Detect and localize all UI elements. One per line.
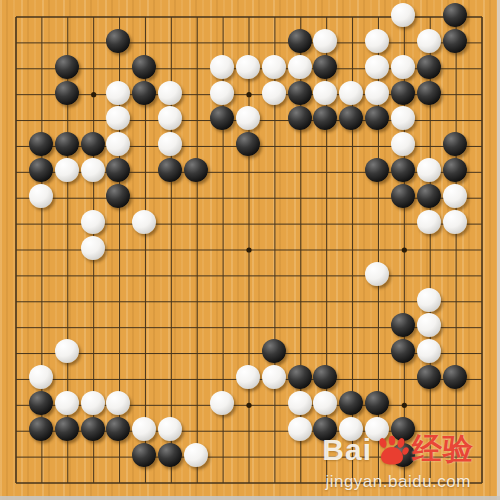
board-point: ○ xyxy=(29,185,55,211)
board-point: ● xyxy=(288,108,314,134)
board-point xyxy=(81,82,107,108)
white-stone: ○ xyxy=(365,262,389,286)
board-point: ○ xyxy=(184,444,210,470)
board-point xyxy=(210,185,236,211)
board-point xyxy=(184,263,210,289)
board-point xyxy=(184,133,210,159)
board-point xyxy=(81,366,107,392)
black-stone: ● xyxy=(288,365,312,389)
board-point xyxy=(107,470,133,496)
board-point xyxy=(55,470,81,496)
white-stone: ○ xyxy=(391,3,415,27)
board-point xyxy=(184,82,210,108)
board-point: ● xyxy=(288,30,314,56)
board-point: ● xyxy=(132,56,158,82)
board-point xyxy=(339,185,365,211)
board-point xyxy=(3,82,29,108)
board-point xyxy=(443,315,469,341)
board-point: ○ xyxy=(443,185,469,211)
board-point: ● xyxy=(365,108,391,134)
white-stone: ○ xyxy=(417,339,441,363)
baidu-jingyan-watermark: Bai 经验 jingyan.baidu.com xyxy=(322,429,474,492)
board-point: ○ xyxy=(365,56,391,82)
board-point xyxy=(365,315,391,341)
black-stone: ● xyxy=(81,417,105,441)
board-point xyxy=(365,211,391,237)
board-point xyxy=(339,211,365,237)
board-point xyxy=(158,470,184,496)
white-stone: ○ xyxy=(132,210,156,234)
black-stone: ● xyxy=(339,391,363,415)
board-point: ○ xyxy=(81,211,107,237)
board-point: ● xyxy=(29,133,55,159)
board-point xyxy=(158,211,184,237)
board-point xyxy=(314,185,340,211)
board-point xyxy=(314,159,340,185)
board-point xyxy=(417,392,443,418)
black-stone: ● xyxy=(29,391,53,415)
board-point xyxy=(236,82,262,108)
board-point xyxy=(469,82,495,108)
board-point xyxy=(443,108,469,134)
white-stone: ○ xyxy=(81,210,105,234)
stone-grid: ○●●●○○○●●●○○○○●○○●●○●○○○●○○○●●○○●○●●●●○●… xyxy=(3,4,495,496)
white-stone: ○ xyxy=(55,158,79,182)
board-point: ● xyxy=(55,56,81,82)
black-stone: ● xyxy=(55,417,79,441)
board-point xyxy=(210,237,236,263)
white-stone: ○ xyxy=(339,81,363,105)
board-point xyxy=(262,4,288,30)
board-point xyxy=(132,366,158,392)
board-point xyxy=(443,289,469,315)
board-point: ● xyxy=(443,133,469,159)
white-stone: ○ xyxy=(391,132,415,156)
board-point xyxy=(158,185,184,211)
board-point xyxy=(158,237,184,263)
board-point xyxy=(132,263,158,289)
white-stone: ○ xyxy=(443,184,467,208)
board-point xyxy=(55,444,81,470)
board-point xyxy=(107,340,133,366)
board-point xyxy=(417,4,443,30)
board-point xyxy=(288,133,314,159)
black-stone: ● xyxy=(132,443,156,467)
board-point xyxy=(107,444,133,470)
board-point: ● xyxy=(210,108,236,134)
board-point xyxy=(158,263,184,289)
board-point xyxy=(3,211,29,237)
white-stone: ○ xyxy=(262,365,286,389)
board-point xyxy=(81,340,107,366)
board-point xyxy=(132,392,158,418)
board-point xyxy=(469,211,495,237)
board-point xyxy=(55,315,81,341)
board-point xyxy=(469,366,495,392)
board-point xyxy=(81,315,107,341)
board-point xyxy=(262,237,288,263)
board-point xyxy=(210,263,236,289)
board-point: ○ xyxy=(443,211,469,237)
black-stone: ● xyxy=(443,29,467,53)
black-stone: ● xyxy=(106,29,130,53)
board-point xyxy=(236,392,262,418)
white-stone: ○ xyxy=(184,443,208,467)
board-point: ○ xyxy=(81,159,107,185)
board-point xyxy=(29,211,55,237)
board-point xyxy=(469,159,495,185)
board-point xyxy=(55,237,81,263)
watermark-logo: Bai 经验 xyxy=(322,429,474,470)
board-point xyxy=(288,470,314,496)
board-point xyxy=(339,56,365,82)
white-stone: ○ xyxy=(210,55,234,79)
black-stone: ● xyxy=(443,158,467,182)
board-point xyxy=(365,340,391,366)
white-stone: ○ xyxy=(236,365,260,389)
board-point: ● xyxy=(417,366,443,392)
board-point xyxy=(107,56,133,82)
black-stone: ● xyxy=(55,55,79,79)
board-point: ○ xyxy=(55,340,81,366)
board-point: ● xyxy=(417,56,443,82)
board-point: ○ xyxy=(417,159,443,185)
board-point xyxy=(107,211,133,237)
board-point xyxy=(107,366,133,392)
board-point: ● xyxy=(391,82,417,108)
board-point xyxy=(314,237,340,263)
board-point xyxy=(469,4,495,30)
board-point xyxy=(262,133,288,159)
white-stone: ○ xyxy=(106,106,130,130)
white-stone: ○ xyxy=(391,55,415,79)
board-point: ● xyxy=(107,185,133,211)
board-point xyxy=(81,289,107,315)
board-point: ○ xyxy=(132,211,158,237)
board-point xyxy=(29,263,55,289)
board-point xyxy=(158,315,184,341)
board-point xyxy=(339,159,365,185)
board-point: ● xyxy=(417,82,443,108)
board-point xyxy=(184,392,210,418)
board-point xyxy=(469,56,495,82)
board-point xyxy=(262,185,288,211)
board-point xyxy=(107,4,133,30)
board-point: ● xyxy=(443,4,469,30)
white-stone: ○ xyxy=(236,106,260,130)
board-point: ● xyxy=(365,392,391,418)
board-point xyxy=(288,263,314,289)
board-point xyxy=(132,340,158,366)
board-point: ○ xyxy=(262,82,288,108)
white-stone: ○ xyxy=(158,132,182,156)
board-point: ○ xyxy=(417,211,443,237)
board-point xyxy=(210,470,236,496)
board-point xyxy=(288,4,314,30)
board-point xyxy=(262,30,288,56)
board-point: ○ xyxy=(417,289,443,315)
board-point: ○ xyxy=(417,340,443,366)
black-stone: ● xyxy=(365,158,389,182)
board-point xyxy=(132,159,158,185)
white-stone: ○ xyxy=(365,55,389,79)
board-point xyxy=(184,366,210,392)
board-point: ● xyxy=(184,159,210,185)
board-point xyxy=(262,315,288,341)
board-point xyxy=(3,56,29,82)
board-point: ● xyxy=(81,133,107,159)
board-point: ● xyxy=(262,340,288,366)
board-point: ● xyxy=(81,418,107,444)
board-point xyxy=(391,263,417,289)
white-stone: ○ xyxy=(81,236,105,260)
board-point xyxy=(391,392,417,418)
black-stone: ● xyxy=(158,158,182,182)
board-point: ○ xyxy=(210,82,236,108)
board-point xyxy=(3,4,29,30)
board-point xyxy=(29,444,55,470)
board-point: ○ xyxy=(417,30,443,56)
board-point xyxy=(3,315,29,341)
white-stone: ○ xyxy=(313,81,337,105)
black-stone: ● xyxy=(339,106,363,130)
board-point: ● xyxy=(288,82,314,108)
board-point xyxy=(314,340,340,366)
board-point: ○ xyxy=(365,30,391,56)
board-point xyxy=(236,263,262,289)
board-point: ● xyxy=(339,392,365,418)
board-point xyxy=(288,237,314,263)
board-point: ● xyxy=(288,366,314,392)
board-point: ● xyxy=(314,366,340,392)
black-stone: ● xyxy=(443,3,467,27)
white-stone: ○ xyxy=(132,417,156,441)
board-point xyxy=(339,340,365,366)
board-point xyxy=(210,289,236,315)
board-point xyxy=(132,289,158,315)
board-point: ● xyxy=(132,444,158,470)
board-point: ● xyxy=(29,418,55,444)
board-point xyxy=(443,56,469,82)
board-point xyxy=(132,30,158,56)
board-point: ○ xyxy=(236,366,262,392)
black-stone: ● xyxy=(288,106,312,130)
board-point xyxy=(469,108,495,134)
black-stone: ● xyxy=(313,365,337,389)
board-point: ○ xyxy=(262,366,288,392)
board-point: ○ xyxy=(107,133,133,159)
board-point xyxy=(262,263,288,289)
board-point: ○ xyxy=(417,315,443,341)
board-point xyxy=(469,263,495,289)
board-point: ● xyxy=(55,418,81,444)
board-point xyxy=(3,263,29,289)
board-point xyxy=(391,30,417,56)
board-point xyxy=(314,4,340,30)
board-point xyxy=(107,263,133,289)
board-point: ● xyxy=(55,133,81,159)
board-point xyxy=(314,315,340,341)
board-point: ○ xyxy=(365,82,391,108)
board-point xyxy=(55,211,81,237)
board-point xyxy=(29,340,55,366)
black-stone: ● xyxy=(106,184,130,208)
white-stone: ○ xyxy=(313,391,337,415)
board-point xyxy=(55,185,81,211)
board-point xyxy=(469,30,495,56)
board-point xyxy=(339,366,365,392)
board-point xyxy=(391,289,417,315)
board-point: ○ xyxy=(55,159,81,185)
board-point: ○ xyxy=(288,392,314,418)
board-point xyxy=(236,340,262,366)
black-stone: ● xyxy=(106,158,130,182)
board-point: ● xyxy=(236,133,262,159)
white-stone: ○ xyxy=(81,158,105,182)
black-stone: ● xyxy=(288,29,312,53)
board-point: ● xyxy=(391,159,417,185)
black-stone: ● xyxy=(391,184,415,208)
white-stone: ○ xyxy=(417,158,441,182)
board-point: ○ xyxy=(391,56,417,82)
board-point xyxy=(288,444,314,470)
board-point xyxy=(262,418,288,444)
black-stone: ● xyxy=(29,132,53,156)
board-point xyxy=(55,30,81,56)
board-point xyxy=(339,237,365,263)
board-point xyxy=(81,108,107,134)
board-point: ● xyxy=(107,30,133,56)
board-point xyxy=(391,211,417,237)
board-point: ○ xyxy=(288,418,314,444)
board-point: ● xyxy=(158,444,184,470)
board-point xyxy=(29,237,55,263)
black-stone: ● xyxy=(106,417,130,441)
board-point: ● xyxy=(443,159,469,185)
board-point: ○ xyxy=(236,56,262,82)
board-point xyxy=(262,159,288,185)
board-point xyxy=(339,4,365,30)
board-point: ● xyxy=(314,56,340,82)
board-point: ○ xyxy=(107,392,133,418)
black-stone: ● xyxy=(391,313,415,337)
board-point xyxy=(314,263,340,289)
board-point xyxy=(210,133,236,159)
white-stone: ○ xyxy=(158,417,182,441)
white-stone: ○ xyxy=(29,184,53,208)
white-stone: ○ xyxy=(391,106,415,130)
board-point xyxy=(314,133,340,159)
white-stone: ○ xyxy=(210,81,234,105)
board-point xyxy=(184,418,210,444)
board-point xyxy=(210,418,236,444)
board-point: ○ xyxy=(158,82,184,108)
board-point xyxy=(365,133,391,159)
black-stone: ● xyxy=(417,184,441,208)
board-point xyxy=(339,30,365,56)
board-point xyxy=(262,444,288,470)
board-point xyxy=(339,133,365,159)
board-point xyxy=(184,56,210,82)
black-stone: ● xyxy=(365,106,389,130)
black-stone: ● xyxy=(29,158,53,182)
watermark-brand-prefix: Bai xyxy=(322,433,372,467)
board-point xyxy=(236,418,262,444)
board-point xyxy=(469,340,495,366)
board-point xyxy=(132,237,158,263)
board-point xyxy=(443,237,469,263)
board-point xyxy=(288,289,314,315)
board-point xyxy=(210,4,236,30)
board-point xyxy=(288,315,314,341)
go-board-screenshot: ○●●●○○○●●●○○○○●○○●●○●○○○●○○○●●○○●○●●●●○●… xyxy=(0,0,500,500)
board-point xyxy=(365,4,391,30)
board-point xyxy=(236,159,262,185)
board-point: ○ xyxy=(391,4,417,30)
board-point xyxy=(132,185,158,211)
board-point xyxy=(469,392,495,418)
board-point xyxy=(417,133,443,159)
white-stone: ○ xyxy=(55,339,79,363)
board-point: ○ xyxy=(339,82,365,108)
board-point xyxy=(210,315,236,341)
white-stone: ○ xyxy=(443,210,467,234)
board-point xyxy=(417,263,443,289)
board-point xyxy=(417,108,443,134)
board-point: ● xyxy=(158,159,184,185)
board-point: ○ xyxy=(132,418,158,444)
board-point xyxy=(443,392,469,418)
white-stone: ○ xyxy=(210,391,234,415)
board-point xyxy=(3,366,29,392)
black-stone: ● xyxy=(443,132,467,156)
board-point: ● xyxy=(443,30,469,56)
board-point xyxy=(3,444,29,470)
board-point xyxy=(288,211,314,237)
board-point xyxy=(443,263,469,289)
board-point xyxy=(55,366,81,392)
black-stone: ● xyxy=(29,417,53,441)
board-point xyxy=(3,392,29,418)
board-point xyxy=(391,366,417,392)
black-stone: ● xyxy=(365,391,389,415)
board-point xyxy=(184,211,210,237)
board-point xyxy=(3,289,29,315)
board-point xyxy=(236,211,262,237)
white-stone: ○ xyxy=(81,391,105,415)
board-point xyxy=(29,4,55,30)
board-point xyxy=(262,289,288,315)
white-stone: ○ xyxy=(106,391,130,415)
board-point: ○ xyxy=(314,392,340,418)
black-stone: ● xyxy=(417,365,441,389)
board-point: ● xyxy=(107,418,133,444)
board-point xyxy=(158,392,184,418)
board-point xyxy=(184,289,210,315)
board-point xyxy=(210,366,236,392)
board-point xyxy=(158,56,184,82)
black-stone: ● xyxy=(313,55,337,79)
board-point: ○ xyxy=(314,82,340,108)
board-point xyxy=(236,289,262,315)
white-stone: ○ xyxy=(417,210,441,234)
board-point xyxy=(107,289,133,315)
board-point xyxy=(158,289,184,315)
board-point: ○ xyxy=(55,392,81,418)
board-point xyxy=(236,470,262,496)
board-point xyxy=(3,418,29,444)
board-point xyxy=(236,30,262,56)
